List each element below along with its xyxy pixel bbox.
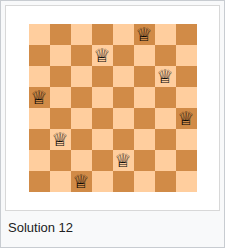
square-g5 [155, 87, 176, 108]
square-f3 [134, 129, 155, 150]
square-a1 [29, 171, 50, 192]
square-c7 [71, 45, 92, 66]
rank-label-left [13, 87, 29, 108]
file-label-bottom [155, 192, 176, 209]
rank-label-right [197, 87, 213, 108]
white-queen: ♕ [30, 87, 47, 108]
file-label-top [29, 7, 50, 24]
square-c5 [71, 87, 92, 108]
white-queen: ♕ [93, 45, 110, 66]
file-label-top [134, 7, 155, 24]
diagram-caption: Solution 12 [1, 211, 224, 235]
square-f7 [134, 45, 155, 66]
square-h6 [176, 66, 197, 87]
square-f1 [134, 171, 155, 192]
rank-label-right [197, 150, 213, 171]
chess-diagram-frame: ♕♕♕♕♕♕♕♕ Solution 12 [0, 0, 225, 248]
square-d1 [92, 171, 113, 192]
chess-board-image[interactable]: ♕♕♕♕♕♕♕♕ [5, 5, 220, 211]
file-label-bottom [134, 192, 155, 209]
square-f5 [134, 87, 155, 108]
rank-label-right [197, 66, 213, 87]
white-queen: ♕ [177, 108, 194, 129]
square-b5 [50, 87, 71, 108]
square-b1 [50, 171, 71, 192]
square-c1: ♕ [71, 171, 92, 192]
file-label-top [50, 7, 71, 24]
square-g8 [155, 24, 176, 45]
file-label-top [92, 7, 113, 24]
file-label-top [155, 7, 176, 24]
square-g3 [155, 129, 176, 150]
file-label-bottom [92, 192, 113, 209]
square-d4 [92, 108, 113, 129]
rank-label-left [13, 150, 29, 171]
rank-label-right [197, 171, 213, 192]
square-d7: ♕ [92, 45, 113, 66]
square-a8 [29, 24, 50, 45]
square-f4 [134, 108, 155, 129]
square-h2 [176, 150, 197, 171]
white-queen: ♕ [114, 150, 131, 171]
square-h7 [176, 45, 197, 66]
square-g1 [155, 171, 176, 192]
square-b8 [50, 24, 71, 45]
board-corner [13, 192, 29, 209]
square-c4 [71, 108, 92, 129]
square-a3 [29, 129, 50, 150]
square-e4 [113, 108, 134, 129]
square-c8 [71, 24, 92, 45]
file-label-top [176, 7, 197, 24]
square-g7 [155, 45, 176, 66]
square-d3 [92, 129, 113, 150]
board-corner [197, 7, 213, 24]
rank-label-left [13, 129, 29, 150]
square-b4 [50, 108, 71, 129]
file-label-bottom [176, 192, 197, 209]
square-g4 [155, 108, 176, 129]
white-queen: ♕ [156, 66, 173, 87]
square-a6 [29, 66, 50, 87]
white-queen: ♕ [51, 129, 68, 150]
square-h3 [176, 129, 197, 150]
square-h8 [176, 24, 197, 45]
square-b6 [50, 66, 71, 87]
rank-label-left [13, 24, 29, 45]
square-d8 [92, 24, 113, 45]
square-b7 [50, 45, 71, 66]
square-e7 [113, 45, 134, 66]
square-e2: ♕ [113, 150, 134, 171]
rank-label-left [13, 171, 29, 192]
square-f2 [134, 150, 155, 171]
square-h4: ♕ [176, 108, 197, 129]
file-label-bottom [113, 192, 134, 209]
rank-label-left [13, 45, 29, 66]
rank-label-right [197, 108, 213, 129]
board-corner [13, 7, 29, 24]
square-c3 [71, 129, 92, 150]
file-label-bottom [50, 192, 71, 209]
square-h5 [176, 87, 197, 108]
rank-label-right [197, 24, 213, 45]
rank-label-right [197, 129, 213, 150]
square-a4 [29, 108, 50, 129]
white-queen: ♕ [72, 171, 89, 192]
square-e5 [113, 87, 134, 108]
square-g2 [155, 150, 176, 171]
square-a7 [29, 45, 50, 66]
square-b2 [50, 150, 71, 171]
square-b3: ♕ [50, 129, 71, 150]
board-corner [197, 192, 213, 209]
file-label-bottom [71, 192, 92, 209]
rank-label-left [13, 66, 29, 87]
square-d6 [92, 66, 113, 87]
rank-label-left [13, 108, 29, 129]
square-h1 [176, 171, 197, 192]
square-d2 [92, 150, 113, 171]
square-f8: ♕ [134, 24, 155, 45]
file-label-top [113, 7, 134, 24]
white-queen: ♕ [135, 24, 152, 45]
square-g6: ♕ [155, 66, 176, 87]
square-e8 [113, 24, 134, 45]
square-f6 [134, 66, 155, 87]
square-c2 [71, 150, 92, 171]
rank-label-right [197, 45, 213, 66]
chess-board: ♕♕♕♕♕♕♕♕ [13, 7, 213, 209]
square-a2 [29, 150, 50, 171]
square-e3 [113, 129, 134, 150]
square-e6 [113, 66, 134, 87]
file-label-top [71, 7, 92, 24]
file-label-bottom [29, 192, 50, 209]
square-c6 [71, 66, 92, 87]
square-a5: ♕ [29, 87, 50, 108]
square-d5 [92, 87, 113, 108]
square-e1 [113, 171, 134, 192]
